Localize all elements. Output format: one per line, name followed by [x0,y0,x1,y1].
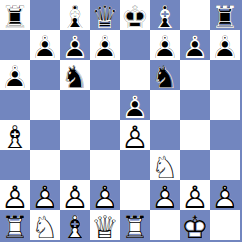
white-rook-piece[interactable]: ♜♖ [120,210,150,240]
piece-outline-layer: ♔ [180,212,210,242]
square-f7[interactable]: ♟♙ [150,30,180,60]
white-pawn-piece[interactable]: ♟♙ [0,180,30,210]
piece-fill-layer: ♟ [0,62,30,92]
piece-fill-layer: ♟ [180,32,210,62]
square-b6[interactable] [30,60,60,90]
square-g2[interactable]: ♟♙ [180,180,210,210]
piece-outline-layer: ♙ [0,62,30,92]
piece-fill-layer: ♟ [60,182,90,212]
square-a2[interactable]: ♟♙ [0,180,30,210]
piece-outline-layer: ♕ [90,212,120,242]
square-d1[interactable]: ♛♕ [90,210,120,240]
piece-outline-layer: ♘ [60,62,90,92]
piece-fill-layer: ♟ [90,182,120,212]
chess-board-window: ♜♖♝♗♛♕♚♔♝♗♜♖♟♙♟♙♟♙♟♙♟♙♟♙♟♙♞♘♞♘♟♙♝♗♟♙♞♘♟♙… [0,0,242,242]
square-d3[interactable] [90,150,120,180]
piece-outline-layer: ♕ [90,2,120,32]
square-a8[interactable]: ♜♖ [0,0,30,30]
piece-fill-layer: ♟ [210,182,240,212]
piece-fill-layer: ♟ [30,182,60,212]
square-f2[interactable]: ♟♙ [150,180,180,210]
square-e2[interactable] [120,180,150,210]
square-c3[interactable] [60,150,90,180]
square-a7[interactable] [0,30,30,60]
piece-outline-layer: ♙ [0,182,30,212]
square-a4[interactable]: ♝♗ [0,120,30,150]
square-f3[interactable]: ♞♘ [150,150,180,180]
white-rook-piece[interactable]: ♜♖ [0,210,30,240]
piece-fill-layer: ♚ [120,2,150,32]
piece-fill-layer: ♟ [150,182,180,212]
piece-fill-layer: ♟ [60,32,90,62]
piece-fill-layer: ♟ [150,32,180,62]
white-pawn-piece[interactable]: ♟♙ [150,180,180,210]
square-e1[interactable]: ♜♖ [120,210,150,240]
piece-outline-layer: ♘ [150,152,180,182]
square-e6[interactable] [120,60,150,90]
piece-fill-layer: ♟ [0,182,30,212]
square-h5[interactable] [210,90,240,120]
piece-fill-layer: ♟ [210,32,240,62]
piece-fill-layer: ♜ [0,212,30,242]
piece-fill-layer: ♟ [180,182,210,212]
square-f8[interactable]: ♝♗ [150,0,180,30]
square-c4[interactable] [60,120,90,150]
piece-fill-layer: ♛ [90,2,120,32]
piece-fill-layer: ♟ [120,92,150,122]
square-g5[interactable] [180,90,210,120]
white-queen-piece[interactable]: ♛♕ [90,210,120,240]
square-h4[interactable] [210,120,240,150]
black-pawn-piece[interactable]: ♟♙ [90,30,120,60]
white-bishop-piece[interactable]: ♝♗ [60,210,90,240]
square-h8[interactable]: ♜♖ [210,0,240,30]
piece-fill-layer: ♞ [150,62,180,92]
square-b2[interactable]: ♟♙ [30,180,60,210]
black-pawn-piece[interactable]: ♟♙ [60,30,90,60]
square-h3[interactable] [210,150,240,180]
white-knight-piece[interactable]: ♞♘ [150,150,180,180]
square-h2[interactable]: ♟♙ [210,180,240,210]
black-pawn-piece[interactable]: ♟♙ [180,30,210,60]
piece-outline-layer: ♙ [180,182,210,212]
black-knight-piece[interactable]: ♞♘ [150,60,180,90]
piece-outline-layer: ♙ [90,182,120,212]
piece-outline-layer: ♙ [60,182,90,212]
white-pawn-piece[interactable]: ♟♙ [60,180,90,210]
square-c7[interactable]: ♟♙ [60,30,90,60]
square-f4[interactable] [150,120,180,150]
black-king-piece[interactable]: ♚♔ [120,0,150,30]
square-c8[interactable]: ♝♗ [60,0,90,30]
square-b8[interactable] [30,0,60,30]
square-e8[interactable]: ♚♔ [120,0,150,30]
square-g7[interactable]: ♟♙ [180,30,210,60]
square-a5[interactable] [0,90,30,120]
white-pawn-piece[interactable]: ♟♙ [90,180,120,210]
piece-outline-layer: ♗ [150,2,180,32]
square-h7[interactable]: ♟♙ [210,30,240,60]
square-b3[interactable] [30,150,60,180]
black-pawn-piece[interactable]: ♟♙ [0,60,30,90]
piece-outline-layer: ♙ [120,122,150,152]
piece-outline-layer: ♙ [150,32,180,62]
piece-fill-layer: ♜ [0,2,30,32]
square-c6[interactable]: ♞♘ [60,60,90,90]
square-e4[interactable]: ♟♙ [120,120,150,150]
piece-fill-layer: ♜ [120,212,150,242]
square-a6[interactable]: ♟♙ [0,60,30,90]
black-bishop-piece[interactable]: ♝♗ [150,0,180,30]
piece-outline-layer: ♘ [30,212,60,242]
piece-outline-layer: ♙ [60,32,90,62]
black-bishop-piece[interactable]: ♝♗ [60,0,90,30]
piece-outline-layer: ♙ [210,182,240,212]
piece-fill-layer: ♞ [150,152,180,182]
piece-outline-layer: ♙ [90,32,120,62]
piece-outline-layer: ♗ [60,2,90,32]
square-b5[interactable] [30,90,60,120]
piece-fill-layer: ♝ [60,212,90,242]
piece-outline-layer: ♙ [120,92,150,122]
piece-fill-layer: ♟ [90,32,120,62]
square-e7[interactable] [120,30,150,60]
black-pawn-piece[interactable]: ♟♙ [210,30,240,60]
piece-outline-layer: ♘ [150,62,180,92]
black-rook-piece[interactable]: ♜♖ [0,0,30,30]
black-queen-piece[interactable]: ♛♕ [90,0,120,30]
square-g6[interactable] [180,60,210,90]
white-pawn-piece[interactable]: ♟♙ [30,180,60,210]
black-rook-piece[interactable]: ♜♖ [210,0,240,30]
square-b4[interactable] [30,120,60,150]
square-d8[interactable]: ♛♕ [90,0,120,30]
black-pawn-piece[interactable]: ♟♙ [30,30,60,60]
square-d7[interactable]: ♟♙ [90,30,120,60]
piece-outline-layer: ♙ [30,32,60,62]
square-d6[interactable] [90,60,120,90]
square-a1[interactable]: ♜♖ [0,210,30,240]
piece-fill-layer: ♟ [120,122,150,152]
square-f5[interactable] [150,90,180,120]
white-pawn-piece[interactable]: ♟♙ [120,120,150,150]
piece-fill-layer: ♟ [30,32,60,62]
square-d5[interactable] [90,90,120,120]
square-e5[interactable]: ♟♙ [120,90,150,120]
square-g3[interactable] [180,150,210,180]
piece-fill-layer: ♞ [60,62,90,92]
piece-outline-layer: ♙ [30,182,60,212]
black-knight-piece[interactable]: ♞♘ [60,60,90,90]
piece-outline-layer: ♙ [210,32,240,62]
white-pawn-piece[interactable]: ♟♙ [210,180,240,210]
square-g4[interactable] [180,120,210,150]
piece-fill-layer: ♛ [90,212,120,242]
piece-fill-layer: ♞ [30,212,60,242]
black-pawn-piece[interactable]: ♟♙ [150,30,180,60]
piece-outline-layer: ♗ [0,122,30,152]
piece-outline-layer: ♔ [120,2,150,32]
piece-outline-layer: ♗ [60,212,90,242]
piece-fill-layer: ♝ [150,2,180,32]
square-g1[interactable]: ♚♔ [180,210,210,240]
square-d2[interactable]: ♟♙ [90,180,120,210]
white-knight-piece[interactable]: ♞♘ [30,210,60,240]
square-h1[interactable] [210,210,240,240]
square-a3[interactable] [0,150,30,180]
square-e3[interactable] [120,150,150,180]
square-c1[interactable]: ♝♗ [60,210,90,240]
black-pawn-piece[interactable]: ♟♙ [120,90,150,120]
square-c2[interactable]: ♟♙ [60,180,90,210]
piece-fill-layer: ♝ [60,2,90,32]
piece-outline-layer: ♖ [0,2,30,32]
white-king-piece[interactable]: ♚♔ [180,210,210,240]
piece-fill-layer: ♝ [0,122,30,152]
piece-fill-layer: ♜ [210,2,240,32]
square-h6[interactable] [210,60,240,90]
square-d4[interactable] [90,120,120,150]
square-b7[interactable]: ♟♙ [30,30,60,60]
piece-outline-layer: ♖ [210,2,240,32]
square-g8[interactable] [180,0,210,30]
piece-outline-layer: ♙ [150,182,180,212]
chess-board: ♜♖♝♗♛♕♚♔♝♗♜♖♟♙♟♙♟♙♟♙♟♙♟♙♟♙♞♘♞♘♟♙♝♗♟♙♞♘♟♙… [0,0,240,240]
square-c5[interactable] [60,90,90,120]
square-f1[interactable] [150,210,180,240]
square-b1[interactable]: ♞♘ [30,210,60,240]
white-bishop-piece[interactable]: ♝♗ [0,120,30,150]
piece-outline-layer: ♙ [180,32,210,62]
piece-outline-layer: ♖ [120,212,150,242]
piece-outline-layer: ♖ [0,212,30,242]
piece-fill-layer: ♚ [180,212,210,242]
square-f6[interactable]: ♞♘ [150,60,180,90]
white-pawn-piece[interactable]: ♟♙ [180,180,210,210]
